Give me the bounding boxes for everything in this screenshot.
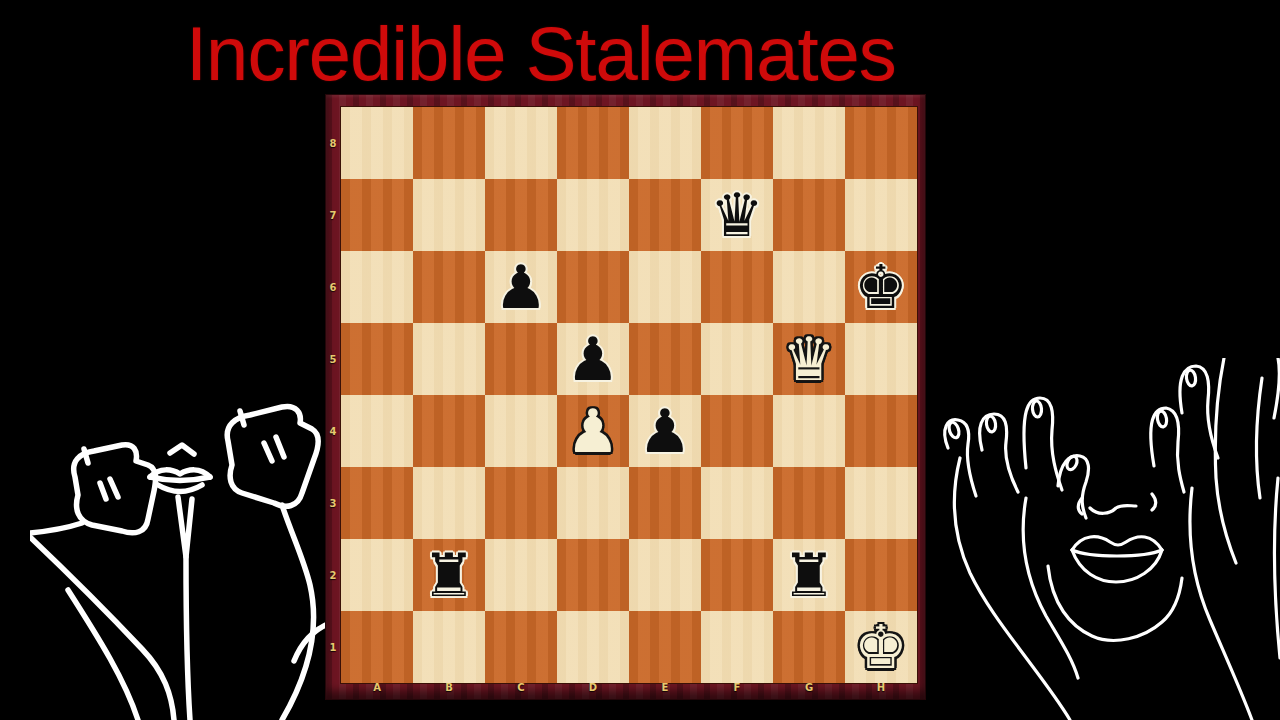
square-b8[interactable] bbox=[413, 107, 485, 179]
rank-label-2: 2 bbox=[326, 539, 340, 611]
square-d5[interactable]: ♟ bbox=[557, 323, 629, 395]
rank-label-1: 1 bbox=[326, 611, 340, 683]
file-label-c: C bbox=[485, 682, 557, 696]
file-label-a: A bbox=[341, 682, 413, 696]
rank-label-6: 6 bbox=[326, 251, 340, 323]
square-e8[interactable] bbox=[629, 107, 701, 179]
square-a2[interactable] bbox=[341, 539, 413, 611]
board-grid: ♛♟♚♟♛♟♟♜♜♚ bbox=[340, 106, 918, 684]
square-g2[interactable]: ♜ bbox=[773, 539, 845, 611]
square-d4[interactable]: ♟ bbox=[557, 395, 629, 467]
piece-black-pawn[interactable]: ♟ bbox=[494, 251, 548, 323]
square-c1[interactable] bbox=[485, 611, 557, 683]
square-d3[interactable] bbox=[557, 467, 629, 539]
square-e4[interactable]: ♟ bbox=[629, 395, 701, 467]
right-figure-line-art bbox=[930, 358, 1280, 720]
piece-black-pawn[interactable]: ♟ bbox=[638, 395, 692, 467]
square-c5[interactable] bbox=[485, 323, 557, 395]
square-h2[interactable] bbox=[845, 539, 917, 611]
file-labels: ABCDEFGH bbox=[341, 682, 917, 696]
rank-label-7: 7 bbox=[326, 179, 340, 251]
square-f8[interactable] bbox=[701, 107, 773, 179]
square-f5[interactable] bbox=[701, 323, 773, 395]
square-a1[interactable] bbox=[341, 611, 413, 683]
piece-white-king[interactable]: ♚ bbox=[854, 611, 908, 683]
rank-labels: 87654321 bbox=[326, 107, 340, 683]
square-e7[interactable] bbox=[629, 179, 701, 251]
square-f4[interactable] bbox=[701, 395, 773, 467]
chess-board: 87654321 ♛♟♚♟♛♟♟♜♜♚ ABCDEFGH bbox=[326, 95, 925, 699]
square-e2[interactable] bbox=[629, 539, 701, 611]
square-d7[interactable] bbox=[557, 179, 629, 251]
page-title: Incredible Stalemates bbox=[186, 16, 896, 92]
square-c4[interactable] bbox=[485, 395, 557, 467]
square-h5[interactable] bbox=[845, 323, 917, 395]
piece-black-king[interactable]: ♚ bbox=[854, 251, 908, 323]
square-g5[interactable]: ♛ bbox=[773, 323, 845, 395]
square-d8[interactable] bbox=[557, 107, 629, 179]
square-e3[interactable] bbox=[629, 467, 701, 539]
square-f7[interactable]: ♛ bbox=[701, 179, 773, 251]
square-d6[interactable] bbox=[557, 251, 629, 323]
square-a8[interactable] bbox=[341, 107, 413, 179]
square-a5[interactable] bbox=[341, 323, 413, 395]
piece-black-rook[interactable]: ♜ bbox=[422, 539, 476, 611]
square-a7[interactable] bbox=[341, 179, 413, 251]
square-c6[interactable]: ♟ bbox=[485, 251, 557, 323]
square-a4[interactable] bbox=[341, 395, 413, 467]
square-c8[interactable] bbox=[485, 107, 557, 179]
square-f3[interactable] bbox=[701, 467, 773, 539]
file-label-h: H bbox=[845, 682, 917, 696]
square-g1[interactable] bbox=[773, 611, 845, 683]
square-e6[interactable] bbox=[629, 251, 701, 323]
file-label-g: G bbox=[773, 682, 845, 696]
square-h4[interactable] bbox=[845, 395, 917, 467]
square-e5[interactable] bbox=[629, 323, 701, 395]
square-f1[interactable] bbox=[701, 611, 773, 683]
rank-label-8: 8 bbox=[326, 107, 340, 179]
square-g6[interactable] bbox=[773, 251, 845, 323]
square-g3[interactable] bbox=[773, 467, 845, 539]
square-h3[interactable] bbox=[845, 467, 917, 539]
square-h7[interactable] bbox=[845, 179, 917, 251]
square-b5[interactable] bbox=[413, 323, 485, 395]
square-e1[interactable] bbox=[629, 611, 701, 683]
square-a3[interactable] bbox=[341, 467, 413, 539]
rank-label-5: 5 bbox=[326, 323, 340, 395]
square-h1[interactable]: ♚ bbox=[845, 611, 917, 683]
file-label-e: E bbox=[629, 682, 701, 696]
video-frame: Incredible Stalemates bbox=[0, 0, 1280, 720]
square-g8[interactable] bbox=[773, 107, 845, 179]
file-label-d: D bbox=[557, 682, 629, 696]
left-figure-line-art bbox=[30, 385, 330, 720]
piece-black-rook[interactable]: ♜ bbox=[782, 539, 836, 611]
square-b6[interactable] bbox=[413, 251, 485, 323]
square-a6[interactable] bbox=[341, 251, 413, 323]
square-b4[interactable] bbox=[413, 395, 485, 467]
square-b7[interactable] bbox=[413, 179, 485, 251]
piece-white-pawn[interactable]: ♟ bbox=[566, 395, 620, 467]
square-d1[interactable] bbox=[557, 611, 629, 683]
piece-black-pawn[interactable]: ♟ bbox=[566, 323, 620, 395]
square-b2[interactable]: ♜ bbox=[413, 539, 485, 611]
piece-white-queen[interactable]: ♛ bbox=[782, 323, 836, 395]
square-g4[interactable] bbox=[773, 395, 845, 467]
piece-black-queen[interactable]: ♛ bbox=[710, 179, 764, 251]
square-h8[interactable] bbox=[845, 107, 917, 179]
square-b3[interactable] bbox=[413, 467, 485, 539]
file-label-f: F bbox=[701, 682, 773, 696]
square-c2[interactable] bbox=[485, 539, 557, 611]
file-label-b: B bbox=[413, 682, 485, 696]
square-f6[interactable] bbox=[701, 251, 773, 323]
square-f2[interactable] bbox=[701, 539, 773, 611]
square-g7[interactable] bbox=[773, 179, 845, 251]
rank-label-3: 3 bbox=[326, 467, 340, 539]
square-c7[interactable] bbox=[485, 179, 557, 251]
square-c3[interactable] bbox=[485, 467, 557, 539]
square-d2[interactable] bbox=[557, 539, 629, 611]
square-b1[interactable] bbox=[413, 611, 485, 683]
rank-label-4: 4 bbox=[326, 395, 340, 467]
square-h6[interactable]: ♚ bbox=[845, 251, 917, 323]
